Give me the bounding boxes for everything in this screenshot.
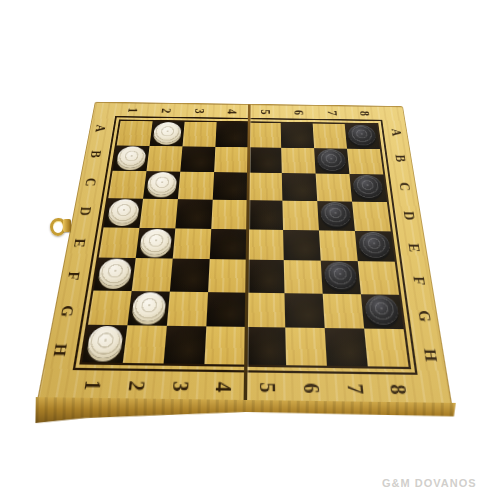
board-tilt-wrapper: 12345678 12345678 ABCDEFGH ABCDEFGH (0, 0, 500, 500)
coordinate-top-6: 6 (290, 100, 307, 125)
white-checker-B1[interactable] (116, 146, 147, 168)
square-G4[interactable] (206, 292, 246, 327)
square-D8[interactable] (352, 202, 391, 231)
coordinate-top-7: 7 (323, 100, 341, 125)
square-D7[interactable] (317, 201, 355, 230)
square-A1[interactable] (117, 121, 153, 146)
black-checker-C8[interactable] (352, 175, 383, 198)
square-A4[interactable] (215, 122, 248, 147)
square-G7[interactable] (323, 293, 365, 328)
board-perspective-wrapper: 12345678 12345678 ABCDEFGH ABCDEFGH (37, 102, 453, 408)
watermark: G&M DOVANOS (382, 477, 492, 489)
square-C3[interactable] (178, 172, 214, 200)
coordinate-right-C: C (387, 179, 424, 194)
square-G1[interactable] (88, 290, 132, 325)
square-E4[interactable] (210, 228, 247, 259)
coordinate-right-H: H (409, 345, 453, 365)
square-H3[interactable] (164, 326, 207, 364)
square-A7[interactable] (313, 124, 347, 149)
checkers-board: 12345678 12345678 ABCDEFGH ABCDEFGH (37, 102, 453, 408)
square-C7[interactable] (316, 174, 352, 202)
square-G8[interactable] (361, 294, 404, 329)
square-G6[interactable] (284, 293, 324, 328)
coordinate-left-F: F (53, 267, 94, 285)
square-A5[interactable] (248, 123, 281, 148)
black-checker-A8[interactable] (347, 125, 377, 146)
square-H1[interactable] (82, 325, 127, 363)
square-C1[interactable] (108, 171, 146, 199)
square-A2[interactable] (150, 121, 185, 146)
square-C2[interactable] (143, 171, 180, 199)
square-C8[interactable] (349, 174, 386, 202)
square-B7[interactable] (314, 148, 349, 174)
black-checker-F7[interactable] (324, 262, 358, 290)
white-checker-G2[interactable] (131, 292, 167, 322)
coordinate-right-A: A (379, 126, 414, 139)
square-G2[interactable] (127, 291, 170, 326)
coordinate-top-5: 5 (257, 100, 273, 125)
square-F4[interactable] (208, 259, 247, 292)
square-D2[interactable] (139, 199, 177, 228)
square-B6[interactable] (281, 147, 315, 173)
square-H7[interactable] (325, 328, 368, 366)
square-H5[interactable] (245, 327, 286, 365)
square-A6[interactable] (281, 123, 314, 148)
coordinate-right-E: E (395, 239, 434, 256)
square-F7[interactable] (321, 261, 361, 294)
coordinate-right-G: G (404, 307, 446, 326)
square-B1[interactable] (113, 145, 150, 171)
square-B8[interactable] (347, 148, 383, 174)
square-D4[interactable] (211, 200, 247, 229)
square-H6[interactable] (285, 328, 327, 366)
coordinate-left-G: G (46, 302, 89, 321)
black-checker-D7[interactable] (320, 202, 352, 227)
square-F5[interactable] (246, 260, 284, 293)
coordinate-left-A: A (83, 122, 118, 135)
white-checker-C2[interactable] (146, 172, 177, 195)
square-E1[interactable] (99, 227, 140, 258)
square-B4[interactable] (214, 147, 248, 173)
square-B3[interactable] (180, 146, 215, 172)
coordinate-top-3: 3 (190, 99, 208, 124)
white-checker-F1[interactable] (97, 259, 132, 287)
white-checker-H1[interactable] (86, 326, 124, 358)
square-F3[interactable] (170, 259, 210, 292)
brass-clasp (50, 214, 72, 236)
square-C4[interactable] (213, 172, 248, 200)
black-checker-B7[interactable] (317, 149, 347, 171)
square-C5[interactable] (248, 173, 283, 201)
product-photo: 12345678 12345678 ABCDEFGH ABCDEFGH G&M … (0, 0, 500, 500)
coordinate-top-2: 2 (156, 98, 175, 123)
square-G5[interactable] (246, 292, 285, 327)
square-D3[interactable] (175, 199, 212, 228)
coordinate-right-B: B (383, 152, 419, 166)
square-C6[interactable] (282, 173, 317, 201)
coordinate-right-D: D (390, 208, 428, 224)
square-F8[interactable] (358, 261, 399, 294)
square-G3[interactable] (167, 291, 208, 326)
black-checker-G8[interactable] (364, 295, 400, 325)
square-A8[interactable] (345, 124, 380, 149)
white-checker-A2[interactable] (153, 122, 182, 143)
coordinate-right-F: F (399, 272, 440, 290)
square-E8[interactable] (355, 230, 395, 261)
square-F1[interactable] (93, 258, 135, 291)
square-B2[interactable] (146, 146, 182, 172)
coordinate-left-H: H (38, 340, 82, 360)
square-H4[interactable] (204, 327, 245, 365)
square-D5[interactable] (247, 200, 283, 229)
square-E2[interactable] (136, 227, 176, 258)
square-E6[interactable] (283, 229, 321, 260)
coordinate-left-E: E (60, 234, 100, 250)
square-H2[interactable] (123, 326, 167, 364)
square-E5[interactable] (247, 229, 284, 260)
white-checker-E2[interactable] (139, 228, 172, 254)
square-A3[interactable] (183, 122, 217, 147)
square-H8[interactable] (364, 329, 408, 367)
square-F6[interactable] (284, 260, 323, 293)
square-B5[interactable] (248, 147, 282, 173)
white-checker-D1[interactable] (107, 199, 140, 224)
coordinate-left-C: C (72, 175, 109, 190)
square-D1[interactable] (104, 198, 143, 227)
square-E3[interactable] (173, 228, 212, 259)
square-D6[interactable] (282, 201, 319, 230)
square-F2[interactable] (132, 258, 173, 291)
coordinate-top-4: 4 (224, 99, 241, 124)
coordinate-left-B: B (78, 148, 114, 162)
black-checker-E8[interactable] (358, 231, 392, 257)
square-E7[interactable] (319, 230, 358, 261)
coordinate-top-8: 8 (356, 101, 375, 126)
